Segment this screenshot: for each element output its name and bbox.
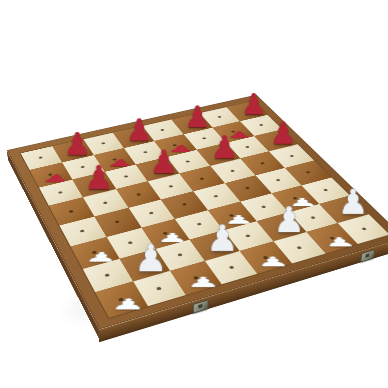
square-h1 <box>338 214 388 244</box>
metal-clasp-left <box>192 299 208 313</box>
square-d1 <box>205 251 257 284</box>
red-piece: ♟ <box>237 89 269 118</box>
metal-clasp-right <box>360 249 375 262</box>
square-c6 <box>104 164 148 189</box>
white-piece: ♟ <box>319 236 361 249</box>
checkers-product-photo: ♟♟♟♟♟♟♟♟♟♟♟♟♟♟♟♟♟♟♟♟♟♟♟♟ <box>0 0 388 388</box>
